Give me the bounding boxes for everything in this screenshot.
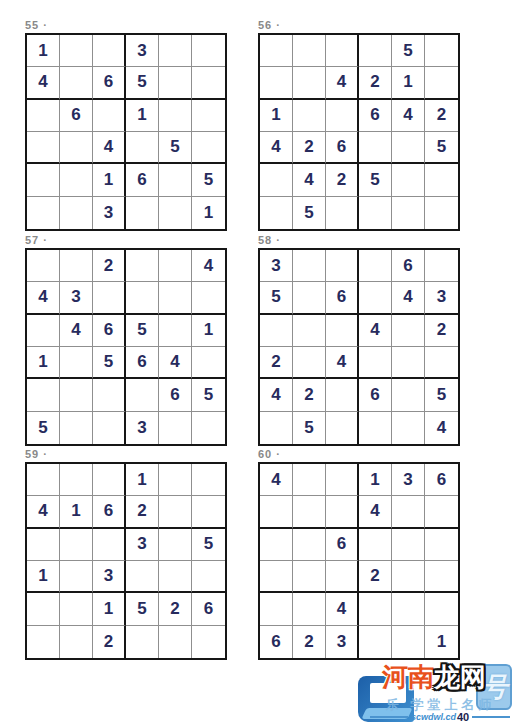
sudoku-cell-r3c5	[159, 529, 192, 561]
sudoku-cell-r3c3	[326, 315, 359, 347]
sudoku-cell-r5c3	[93, 379, 126, 411]
sudoku-cell-r3c4: 4	[359, 315, 392, 347]
sudoku-cell-r5c2	[293, 593, 326, 625]
sudoku-cell-r4c5	[392, 347, 425, 379]
sudoku-cell-r4c6	[192, 561, 225, 593]
sudoku-cell-r1c4: 1	[126, 464, 159, 496]
sudoku-cell-r2c2: 3	[60, 282, 93, 314]
sudoku-cell-r2c1: 4	[27, 496, 60, 528]
sudoku-grid-59: 14162351315262	[25, 462, 227, 660]
sudoku-cell-r5c6	[425, 593, 458, 625]
sudoku-cell-r5c4: 6	[359, 379, 392, 411]
sudoku-cell-r1c1	[27, 464, 60, 496]
sudoku-cell-r4c5: 5	[159, 132, 192, 164]
sudoku-cell-r4c3: 6	[326, 132, 359, 164]
sudoku-cell-r3c3	[93, 529, 126, 561]
sudoku-cell-r2c2	[60, 67, 93, 99]
sudoku-cell-r3c3: 6	[93, 315, 126, 347]
sudoku-cell-r5c2: 4	[293, 164, 326, 196]
sudoku-cell-r6c2: 5	[293, 197, 326, 229]
sudoku-cell-r1c5	[159, 250, 192, 282]
sudoku-cell-r2c4	[359, 282, 392, 314]
sudoku-cell-r3c2	[293, 100, 326, 132]
puzzle-58: 58 · 3656434224426554	[258, 234, 460, 446]
page-number: 40	[457, 711, 469, 723]
sudoku-cell-r1c3	[326, 250, 359, 282]
sudoku-cell-r2c6	[192, 496, 225, 528]
sudoku-cell-r4c1	[27, 132, 60, 164]
sudoku-cell-r5c5	[392, 593, 425, 625]
sudoku-cell-r5c4: 5	[359, 164, 392, 196]
sudoku-cell-r3c4: 1	[126, 100, 159, 132]
sudoku-cell-r3c6: 2	[425, 100, 458, 132]
sudoku-cell-r6c3: 2	[93, 626, 126, 658]
sudoku-cell-r3c1: 1	[260, 100, 293, 132]
sudoku-cell-r6c1	[27, 197, 60, 229]
sudoku-cell-r1c1	[27, 250, 60, 282]
sudoku-cell-r1c2	[60, 35, 93, 67]
sudoku-cell-r3c4: 5	[126, 315, 159, 347]
sudoku-cell-r2c1: 5	[260, 282, 293, 314]
sudoku-cell-r4c3: 5	[93, 347, 126, 379]
sudoku-cell-r1c2	[60, 464, 93, 496]
sudoku-cell-r4c4: 6	[126, 347, 159, 379]
sudoku-cell-r4c2	[60, 561, 93, 593]
sudoku-cell-r3c6: 2	[425, 315, 458, 347]
sudoku-grid-60: 413646246231	[258, 462, 460, 660]
sudoku-cell-r4c4	[126, 561, 159, 593]
sudoku-cell-r3c5	[159, 315, 192, 347]
sudoku-cell-r1c5: 3	[392, 464, 425, 496]
sudoku-cell-r3c4: 6	[359, 100, 392, 132]
sudoku-cell-r4c5	[392, 561, 425, 593]
sudoku-cell-r2c6	[425, 67, 458, 99]
worksheet-page: { "game": "sudoku", "variant": "6x6 grid…	[0, 0, 512, 724]
sudoku-cell-r4c1	[260, 561, 293, 593]
sudoku-cell-r4c4: 2	[359, 561, 392, 593]
dash-rule-left	[370, 716, 408, 718]
sudoku-cell-r4c2	[60, 347, 93, 379]
sudoku-cell-r3c1	[27, 100, 60, 132]
sudoku-cell-r1c1: 4	[260, 464, 293, 496]
sudoku-cell-r2c6	[192, 67, 225, 99]
sudoku-cell-r2c3: 4	[326, 67, 359, 99]
sudoku-cell-r1c4: 1	[359, 464, 392, 496]
sudoku-cell-r4c2	[60, 132, 93, 164]
site-name-part2: 龙网	[434, 662, 486, 692]
sudoku-cell-r4c6	[192, 132, 225, 164]
sudoku-cell-r3c6: 1	[192, 315, 225, 347]
sudoku-cell-r6c3	[326, 197, 359, 229]
sudoku-cell-r5c4	[126, 379, 159, 411]
sudoku-cell-r2c4: 5	[126, 67, 159, 99]
sudoku-cell-r4c1: 4	[260, 132, 293, 164]
sudoku-cell-r5c6: 5	[425, 379, 458, 411]
sudoku-cell-r3c1	[27, 529, 60, 561]
sudoku-cell-r2c1	[260, 496, 293, 528]
sudoku-cell-r3c6	[192, 100, 225, 132]
sudoku-cell-r4c6	[192, 347, 225, 379]
sudoku-cell-r3c5	[159, 100, 192, 132]
sudoku-cell-r2c2: 1	[60, 496, 93, 528]
sudoku-cell-r1c1: 3	[260, 250, 293, 282]
sudoku-cell-r2c5	[392, 496, 425, 528]
sudoku-grid-55: 13465614516531	[25, 33, 227, 231]
sudoku-cell-r3c2: 6	[60, 100, 93, 132]
sudoku-cell-r6c6: 1	[425, 626, 458, 658]
sudoku-cell-r4c1: 2	[260, 347, 293, 379]
sudoku-cell-r4c3: 3	[93, 561, 126, 593]
sudoku-cell-r6c3	[93, 412, 126, 444]
sudoku-cell-r3c4: 3	[126, 529, 159, 561]
sudoku-cell-r6c4	[126, 197, 159, 229]
sudoku-cell-r2c6	[192, 282, 225, 314]
puzzle-55-label: 55 ·	[25, 19, 227, 31]
sudoku-cell-r1c4	[359, 250, 392, 282]
sudoku-cell-r6c2	[60, 412, 93, 444]
sudoku-cell-r2c2	[293, 282, 326, 314]
dash-rule-right	[472, 716, 510, 718]
sudoku-cell-r2c3: 6	[93, 67, 126, 99]
sudoku-cell-r2c3: 6	[93, 496, 126, 528]
sudoku-cell-r3c5	[392, 529, 425, 561]
sudoku-cell-r2c2	[293, 496, 326, 528]
watermark-url-line: scwdwl.cd 40	[370, 711, 510, 723]
sudoku-cell-r6c2: 2	[293, 626, 326, 658]
puzzle-57-label: 57 ·	[25, 234, 227, 246]
sudoku-cell-r2c6: 3	[425, 282, 458, 314]
sudoku-cell-r5c1	[260, 164, 293, 196]
sudoku-cell-r3c1	[260, 529, 293, 561]
sudoku-cell-r4c3: 4	[93, 132, 126, 164]
sudoku-cell-r4c6	[425, 347, 458, 379]
sudoku-cell-r2c4	[126, 282, 159, 314]
sudoku-cell-r2c1	[260, 67, 293, 99]
sudoku-grid-58: 3656434224426554	[258, 248, 460, 446]
sudoku-cell-r6c4: 3	[126, 412, 159, 444]
sudoku-cell-r1c6	[192, 35, 225, 67]
sudoku-cell-r4c2	[293, 561, 326, 593]
puzzle-59: 59 · 14162351315262	[25, 448, 227, 660]
sudoku-cell-r5c1	[260, 593, 293, 625]
sudoku-cell-r1c1	[260, 35, 293, 67]
sudoku-cell-r5c1	[27, 164, 60, 196]
sudoku-cell-r5c2	[60, 593, 93, 625]
sudoku-cell-r5c5	[392, 164, 425, 196]
sudoku-cell-r6c5	[392, 412, 425, 444]
sudoku-cell-r4c3: 4	[326, 347, 359, 379]
sudoku-cell-r2c5	[159, 496, 192, 528]
puzzle-55: 55 · 13465614516531	[25, 19, 227, 231]
sudoku-cell-r5c6: 5	[192, 379, 225, 411]
sudoku-cell-r2c2	[293, 67, 326, 99]
sudoku-cell-r5c4	[359, 593, 392, 625]
sudoku-cell-r5c3: 1	[93, 593, 126, 625]
sudoku-cell-r2c4: 4	[359, 496, 392, 528]
sudoku-cell-r4c5: 4	[159, 347, 192, 379]
puzzle-59-label: 59 ·	[25, 448, 227, 460]
sudoku-cell-r2c3	[326, 496, 359, 528]
sudoku-cell-r1c4	[126, 250, 159, 282]
sudoku-cell-r2c3: 6	[326, 282, 359, 314]
sudoku-cell-r3c2	[60, 529, 93, 561]
sudoku-cell-r4c3	[326, 561, 359, 593]
sudoku-cell-r5c6: 5	[192, 164, 225, 196]
sudoku-cell-r5c2	[60, 379, 93, 411]
sudoku-cell-r2c4: 2	[126, 496, 159, 528]
sudoku-cell-r5c2: 2	[293, 379, 326, 411]
puzzle-60: 60 · 413646246231	[258, 448, 460, 660]
sudoku-cell-r2c1: 4	[27, 67, 60, 99]
sudoku-cell-r5c1	[27, 379, 60, 411]
sudoku-cell-r1c3	[93, 464, 126, 496]
sudoku-cell-r6c1	[260, 197, 293, 229]
sudoku-cell-r6c2	[60, 197, 93, 229]
sudoku-cell-r6c5	[159, 197, 192, 229]
sudoku-cell-r6c6: 4	[425, 412, 458, 444]
sudoku-cell-r3c1	[27, 315, 60, 347]
sudoku-cell-r6c6	[425, 197, 458, 229]
puzzle-56-label: 56 ·	[258, 19, 460, 31]
sudoku-cell-r6c5	[159, 626, 192, 658]
sudoku-cell-r6c2: 5	[293, 412, 326, 444]
sudoku-cell-r4c5	[392, 132, 425, 164]
sudoku-cell-r3c2	[293, 315, 326, 347]
sudoku-cell-r2c5: 4	[392, 282, 425, 314]
sudoku-cell-r6c6	[192, 626, 225, 658]
sudoku-cell-r1c5	[159, 35, 192, 67]
sudoku-cell-r6c3: 3	[326, 626, 359, 658]
puzzle-56: 56 · 5421164242654255	[258, 19, 460, 231]
sudoku-cell-r3c2	[293, 529, 326, 561]
sudoku-cell-r1c3	[93, 35, 126, 67]
sudoku-cell-r3c3	[326, 100, 359, 132]
sudoku-cell-r4c2: 2	[293, 132, 326, 164]
sudoku-cell-r6c1	[27, 626, 60, 658]
sudoku-cell-r6c4	[359, 626, 392, 658]
sudoku-cell-r2c5	[159, 67, 192, 99]
sudoku-cell-r4c2	[293, 347, 326, 379]
sudoku-cell-r5c3: 2	[326, 164, 359, 196]
sudoku-cell-r5c1	[27, 593, 60, 625]
site-watermark: 河南龙网 号 乐 学堂上名师 scwdwl.cd 40	[356, 659, 512, 724]
sudoku-cell-r2c1: 4	[27, 282, 60, 314]
sudoku-cell-r2c3	[93, 282, 126, 314]
sudoku-cell-r6c5	[392, 197, 425, 229]
sudoku-cell-r4c4	[359, 347, 392, 379]
sudoku-cell-r6c5	[392, 626, 425, 658]
sudoku-cell-r5c5: 6	[159, 379, 192, 411]
sudoku-cell-r1c3	[326, 464, 359, 496]
sudoku-cell-r2c5	[159, 282, 192, 314]
sudoku-cell-r5c4: 6	[126, 164, 159, 196]
sudoku-cell-r2c6	[425, 496, 458, 528]
sudoku-cell-r1c3	[326, 35, 359, 67]
sudoku-cell-r4c6: 5	[425, 132, 458, 164]
sudoku-cell-r6c2	[60, 626, 93, 658]
sudoku-cell-r6c3	[326, 412, 359, 444]
sudoku-cell-r3c2: 4	[60, 315, 93, 347]
sudoku-cell-r3c3: 6	[326, 529, 359, 561]
site-name: 河南龙网	[382, 662, 486, 692]
puzzle-60-label: 60 ·	[258, 448, 460, 460]
sudoku-cell-r3c6	[425, 529, 458, 561]
sudoku-cell-r5c3	[326, 379, 359, 411]
sudoku-cell-r6c1: 5	[27, 412, 60, 444]
sudoku-cell-r6c6: 1	[192, 197, 225, 229]
sudoku-cell-r5c3: 1	[93, 164, 126, 196]
sudoku-cell-r5c1: 4	[260, 379, 293, 411]
sudoku-cell-r1c4	[359, 35, 392, 67]
sudoku-cell-r1c1: 1	[27, 35, 60, 67]
sudoku-cell-r5c5	[159, 164, 192, 196]
sudoku-cell-r3c5: 4	[392, 100, 425, 132]
sudoku-cell-r5c6: 6	[192, 593, 225, 625]
sudoku-cell-r5c2	[60, 164, 93, 196]
sudoku-cell-r6c3: 3	[93, 197, 126, 229]
sudoku-cell-r4c1: 1	[27, 347, 60, 379]
sudoku-cell-r5c5	[392, 379, 425, 411]
sudoku-cell-r6c4	[359, 197, 392, 229]
sudoku-grid-57: 2443465115646553	[25, 248, 227, 446]
sudoku-cell-r3c3	[93, 100, 126, 132]
sudoku-cell-r2c5: 1	[392, 67, 425, 99]
sudoku-cell-r5c3: 4	[326, 593, 359, 625]
sudoku-cell-r3c1	[260, 315, 293, 347]
sudoku-cell-r1c6	[425, 35, 458, 67]
sudoku-cell-r1c5	[159, 464, 192, 496]
puzzle-57: 57 · 2443465115646553	[25, 234, 227, 446]
sudoku-cell-r6c1	[260, 412, 293, 444]
sudoku-cell-r1c6: 6	[425, 464, 458, 496]
sudoku-cell-r4c6	[425, 561, 458, 593]
sudoku-cell-r1c5: 6	[392, 250, 425, 282]
sudoku-cell-r6c4	[126, 626, 159, 658]
sudoku-cell-r3c5	[392, 315, 425, 347]
sudoku-cell-r5c6	[425, 164, 458, 196]
sudoku-cell-r6c5	[159, 412, 192, 444]
sudoku-cell-r1c2	[293, 250, 326, 282]
sudoku-cell-r6c6	[192, 412, 225, 444]
sudoku-cell-r1c5: 5	[392, 35, 425, 67]
sudoku-cell-r6c1: 6	[260, 626, 293, 658]
site-name-part1: 河南	[382, 662, 434, 692]
sudoku-cell-r1c2	[293, 464, 326, 496]
sudoku-cell-r6c4	[359, 412, 392, 444]
puzzle-58-label: 58 ·	[258, 234, 460, 246]
sudoku-cell-r4c1: 1	[27, 561, 60, 593]
sudoku-cell-r1c2	[60, 250, 93, 282]
sudoku-cell-r1c4: 3	[126, 35, 159, 67]
sudoku-cell-r2c4: 2	[359, 67, 392, 99]
sudoku-cell-r1c6	[192, 464, 225, 496]
sudoku-cell-r1c6: 4	[192, 250, 225, 282]
sudoku-cell-r1c2	[293, 35, 326, 67]
sudoku-cell-r5c4: 5	[126, 593, 159, 625]
watermark-url: scwdwl.cd	[411, 712, 456, 722]
sudoku-cell-r3c4	[359, 529, 392, 561]
sudoku-cell-r5c5: 2	[159, 593, 192, 625]
sudoku-cell-r3c6: 5	[192, 529, 225, 561]
sudoku-cell-r1c3: 2	[93, 250, 126, 282]
sudoku-cell-r4c5	[159, 561, 192, 593]
sudoku-grid-56: 5421164242654255	[258, 33, 460, 231]
sudoku-cell-r4c4	[126, 132, 159, 164]
sudoku-cell-r4c4	[359, 132, 392, 164]
sudoku-cell-r1c6	[425, 250, 458, 282]
